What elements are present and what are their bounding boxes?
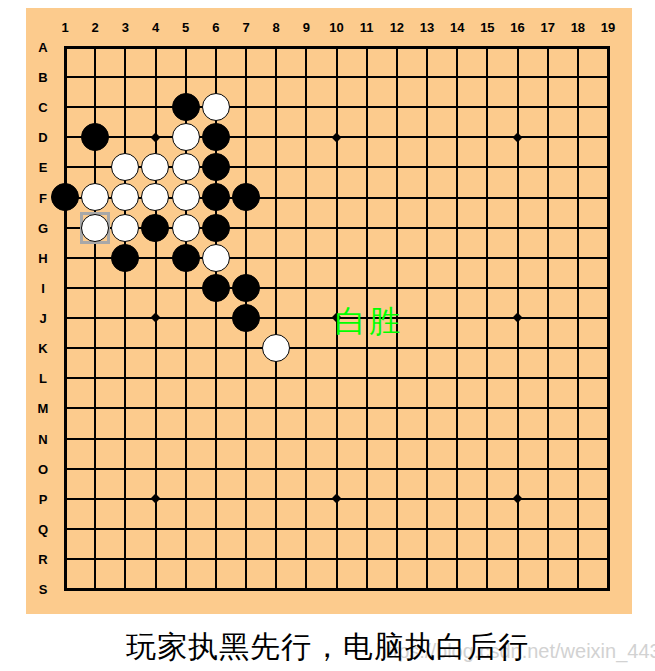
white-stone xyxy=(81,214,109,242)
white-stone xyxy=(261,333,291,363)
white-stone xyxy=(80,213,110,243)
white-stone xyxy=(140,152,170,182)
black-stone xyxy=(201,213,231,243)
white-stone xyxy=(141,183,169,211)
white-stone xyxy=(111,214,139,242)
star-point-dot xyxy=(512,494,522,504)
white-stone xyxy=(171,152,201,182)
black-stone xyxy=(80,122,110,152)
white-stone xyxy=(81,183,109,211)
caption-text: 玩家执黑先行，电脑执白后行 xyxy=(0,627,655,668)
white-stone xyxy=(172,153,200,181)
black-stone xyxy=(202,183,230,211)
black-stone xyxy=(110,243,140,273)
black-stone xyxy=(50,182,80,212)
black-stone xyxy=(172,244,200,272)
star-point xyxy=(321,484,351,514)
white-stone xyxy=(140,182,170,212)
black-stone xyxy=(231,182,261,212)
star-point-dot xyxy=(512,132,522,142)
white-stone xyxy=(172,183,200,211)
white-stone xyxy=(172,123,200,151)
black-stone xyxy=(51,183,79,211)
white-stone xyxy=(171,182,201,212)
result-text: 白胜 xyxy=(335,305,403,339)
black-stone xyxy=(202,214,230,242)
star-point xyxy=(140,303,170,333)
black-stone xyxy=(201,182,231,212)
star-point-dot xyxy=(512,313,522,323)
white-stone xyxy=(262,334,290,362)
white-stone xyxy=(171,122,201,152)
black-stone xyxy=(232,183,260,211)
white-stone xyxy=(110,182,140,212)
white-stone xyxy=(202,244,230,272)
white-stone xyxy=(141,153,169,181)
star-point xyxy=(321,122,351,152)
black-stone xyxy=(111,244,139,272)
star-point-dot xyxy=(150,494,160,504)
black-stone xyxy=(201,122,231,152)
star-point xyxy=(502,122,532,152)
black-stone xyxy=(172,93,200,121)
gomoku-game-window: 12345678910111213141516171819 ABCDEFGHIJ… xyxy=(0,0,655,671)
white-stone xyxy=(171,213,201,243)
goban-board[interactable]: 12345678910111213141516171819 ABCDEFGHIJ… xyxy=(26,8,632,614)
black-stone xyxy=(171,243,201,273)
white-stone xyxy=(111,183,139,211)
black-stone xyxy=(232,304,260,332)
black-stone xyxy=(201,273,231,303)
star-point-dot xyxy=(331,132,341,142)
star-point-dot xyxy=(331,494,341,504)
star-point xyxy=(502,484,532,514)
black-stone xyxy=(140,213,170,243)
white-stone xyxy=(111,153,139,181)
white-stone xyxy=(80,182,110,212)
white-stone xyxy=(201,243,231,273)
black-stone xyxy=(171,92,201,122)
star-point xyxy=(140,122,170,152)
black-stone xyxy=(201,152,231,182)
black-stone xyxy=(202,274,230,302)
star-point xyxy=(140,484,170,514)
black-stone xyxy=(202,153,230,181)
star-point-dot xyxy=(150,132,160,142)
white-stone xyxy=(110,213,140,243)
black-stone xyxy=(141,214,169,242)
star-point-dot xyxy=(150,313,160,323)
black-stone xyxy=(232,274,260,302)
white-stone xyxy=(172,214,200,242)
black-stone xyxy=(81,123,109,151)
white-stone xyxy=(201,92,231,122)
black-stone xyxy=(231,273,261,303)
white-stone xyxy=(202,93,230,121)
star-point xyxy=(502,303,532,333)
white-stone xyxy=(110,152,140,182)
black-stone xyxy=(202,123,230,151)
black-stone xyxy=(231,303,261,333)
